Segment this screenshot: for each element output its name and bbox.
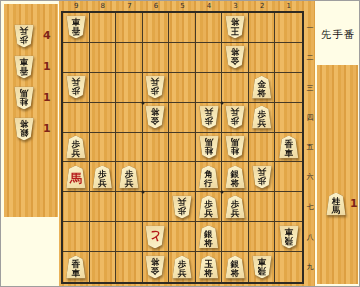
hand-piece-ke-g[interactable]: 桂馬	[13, 86, 35, 110]
hand-piece-gi-g[interactable]: 銀将	[13, 117, 35, 141]
sente-piece-body: 歩兵	[252, 106, 272, 129]
square-7二[interactable]	[116, 43, 143, 73]
piece-gi-s[interactable]: 銀将	[225, 256, 245, 279]
square-8三[interactable]	[90, 73, 117, 103]
square-9四[interactable]	[63, 103, 90, 133]
square-1五[interactable]: 香車	[275, 133, 302, 163]
piece-gi-g[interactable]: 銀将	[14, 118, 34, 141]
piece-fu-s[interactable]: 歩兵	[66, 135, 86, 158]
board-grid: 香車王将金将歩兵歩兵金将金将歩兵歩兵歩兵歩兵桂馬桂馬香車馬歩兵歩兵角行銀将歩兵歩…	[63, 13, 302, 282]
square-6九[interactable]: 金将	[143, 252, 170, 282]
hand-piece-fu-g[interactable]: 歩兵	[13, 24, 35, 48]
piece-to-g[interactable]: と	[145, 225, 165, 248]
file-label-8: 8	[90, 2, 117, 10]
sente-piece-body: 歩兵	[172, 256, 192, 279]
gote-piece-body: 銀将	[14, 118, 34, 141]
square-1七[interactable]	[275, 192, 302, 222]
sente-piece-body: 馬	[66, 165, 86, 188]
square-2二[interactable]	[249, 43, 276, 73]
square-3三[interactable]	[222, 73, 249, 103]
piece-gyoku-s[interactable]: 玉将	[199, 256, 219, 279]
rank-label: 六	[305, 162, 315, 192]
piece-kanji: 香車	[20, 57, 29, 75]
sente-piece-body: 香車	[66, 256, 86, 279]
rank-label: 一	[305, 13, 315, 43]
sente-hand-tray: 桂馬1	[317, 65, 358, 284]
star-point	[221, 191, 224, 194]
star-point	[141, 101, 144, 104]
square-3六[interactable]: 銀将	[222, 162, 249, 192]
piece-ky-s[interactable]: 香車	[279, 135, 299, 158]
gote-piece-body: 桂馬	[225, 135, 245, 158]
piece-kanji: 歩兵	[204, 107, 213, 125]
square-5九[interactable]: 歩兵	[169, 252, 196, 282]
shogi-app-window: 987654321 一二三四五六七八九 香車王将金将歩兵歩兵金将金将歩兵歩兵歩兵…	[0, 0, 360, 287]
hand-count: 4	[43, 30, 51, 42]
square-2七[interactable]	[249, 192, 276, 222]
gote-piece-body: と	[145, 225, 165, 248]
piece-ke-g[interactable]: 桂馬	[225, 135, 245, 158]
piece-fu-s[interactable]: 歩兵	[199, 195, 219, 218]
rank-label: 九	[305, 252, 315, 282]
sente-piece-body: 歩兵	[119, 165, 139, 188]
square-1九[interactable]	[275, 252, 302, 282]
piece-kanji: 金将	[151, 257, 160, 275]
square-3二[interactable]: 金将	[222, 43, 249, 73]
sente-piece-body: 角行	[199, 165, 219, 188]
gote-piece-body: 歩兵	[199, 106, 219, 129]
file-label-6: 6	[143, 2, 170, 10]
piece-ki-g[interactable]: 金将	[145, 256, 165, 279]
square-3九[interactable]: 銀将	[222, 252, 249, 282]
rank-label: 五	[305, 133, 315, 163]
file-label-2: 2	[249, 2, 276, 10]
square-5三[interactable]	[169, 73, 196, 103]
piece-kanji: 歩兵	[204, 199, 213, 217]
hand-count: 1	[43, 123, 51, 135]
sente-piece-body: 銀将	[225, 165, 245, 188]
square-9三[interactable]: 歩兵	[63, 73, 90, 103]
square-2一[interactable]	[249, 13, 276, 43]
rank-label: 二	[305, 43, 315, 73]
gote-piece-body: 歩兵	[66, 76, 86, 99]
gote-piece-body: 金将	[225, 46, 245, 69]
square-5七[interactable]: 歩兵	[169, 192, 196, 222]
rank-labels: 一二三四五六七八九	[305, 13, 315, 282]
piece-ke-g[interactable]: 桂馬	[14, 87, 34, 110]
piece-fu-s[interactable]: 歩兵	[172, 256, 192, 279]
piece-kanji: 歩兵	[257, 110, 266, 128]
file-label-9: 9	[63, 2, 90, 10]
piece-kanji: 金将	[231, 47, 240, 65]
square-8四[interactable]	[90, 103, 117, 133]
file-label-5: 5	[169, 2, 196, 10]
square-7七[interactable]	[116, 192, 143, 222]
piece-fu-s[interactable]: 歩兵	[225, 195, 245, 218]
piece-fu-s[interactable]: 歩兵	[92, 165, 112, 188]
piece-fu-s[interactable]: 歩兵	[119, 165, 139, 188]
square-2四[interactable]: 歩兵	[249, 103, 276, 133]
piece-kanji: 歩兵	[72, 77, 81, 95]
turn-indicator: 先手番	[316, 28, 360, 42]
piece-kanji: 香車	[72, 260, 81, 278]
square-1四[interactable]	[275, 103, 302, 133]
gote-piece-body: 歩兵	[172, 195, 192, 218]
piece-kanji: 銀将	[204, 229, 213, 247]
square-4八[interactable]: 銀将	[196, 222, 223, 252]
gote-piece-body: 金将	[145, 106, 165, 129]
square-3八[interactable]	[222, 222, 249, 252]
square-3四[interactable]: 歩兵	[222, 103, 249, 133]
square-9八[interactable]	[63, 222, 90, 252]
sente-piece-body: 歩兵	[225, 195, 245, 218]
piece-kanji: 玉将	[204, 260, 213, 278]
gote-piece-body: 桂馬	[199, 135, 219, 158]
piece-fu-g[interactable]: 歩兵	[14, 25, 34, 48]
gote-piece-body: 歩兵	[252, 165, 272, 188]
square-2三[interactable]: 金将	[249, 73, 276, 103]
gote-piece-body: 飛車	[252, 256, 272, 279]
piece-kanji: 飛車	[284, 226, 293, 244]
shogi-board: 香車王将金将歩兵歩兵金将金将歩兵歩兵歩兵歩兵桂馬桂馬香車馬歩兵歩兵角行銀将歩兵歩…	[61, 11, 304, 284]
piece-kanji: 桂馬	[332, 197, 341, 215]
piece-fu-g[interactable]: 歩兵	[145, 76, 165, 99]
hand-count: 1	[43, 61, 51, 73]
piece-ky-s[interactable]: 香車	[66, 256, 86, 279]
piece-fu-g[interactable]: 歩兵	[225, 106, 245, 129]
square-8六[interactable]: 歩兵	[90, 162, 117, 192]
square-6四[interactable]: 金将	[143, 103, 170, 133]
hand-count: 1	[43, 92, 51, 104]
sente-piece-body: 銀将	[225, 256, 245, 279]
sente-piece-body: 桂馬	[326, 193, 346, 216]
file-labels: 987654321	[63, 2, 302, 10]
hand-piece-ke-s[interactable]: 桂馬	[325, 192, 347, 216]
square-5一[interactable]	[169, 13, 196, 43]
square-8七[interactable]	[90, 192, 117, 222]
piece-kanji: 王将	[231, 17, 240, 35]
square-4五[interactable]: 桂馬	[196, 133, 223, 163]
sente-piece-body: 銀将	[199, 225, 219, 248]
piece-kanji: 歩兵	[72, 139, 81, 157]
piece-kanji: 銀将	[231, 169, 240, 187]
gote-piece-body: 歩兵	[145, 76, 165, 99]
square-9二[interactable]	[63, 43, 90, 73]
gote-hand-tray: 歩兵4香車1桂馬1銀将1	[4, 4, 58, 217]
square-9五[interactable]: 歩兵	[63, 133, 90, 163]
piece-kanji: 歩兵	[178, 260, 187, 278]
square-7一[interactable]	[116, 13, 143, 43]
piece-kanji: 歩兵	[231, 107, 240, 125]
hand-piece-ky-g[interactable]: 香車	[13, 55, 35, 79]
square-4一[interactable]	[196, 13, 223, 43]
square-7八[interactable]	[116, 222, 143, 252]
piece-kanji: 金将	[151, 107, 160, 125]
file-label-4: 4	[196, 2, 223, 10]
square-6三[interactable]: 歩兵	[143, 73, 170, 103]
piece-kanji: 馬	[70, 168, 82, 187]
square-4九[interactable]: 玉将	[196, 252, 223, 282]
piece-ke-g[interactable]: 桂馬	[199, 135, 219, 158]
square-6五[interactable]	[143, 133, 170, 163]
square-7四[interactable]	[116, 103, 143, 133]
piece-uma-s[interactable]: 馬	[66, 165, 86, 188]
piece-kanji: 桂馬	[20, 88, 29, 106]
square-5二[interactable]	[169, 43, 196, 73]
square-6六[interactable]	[143, 162, 170, 192]
rank-label: 八	[305, 222, 315, 252]
piece-kanji: 飛車	[257, 257, 266, 275]
square-3五[interactable]: 桂馬	[222, 133, 249, 163]
piece-kanji: 歩兵	[151, 77, 160, 95]
piece-fu-g[interactable]: 歩兵	[199, 106, 219, 129]
square-7六[interactable]: 歩兵	[116, 162, 143, 192]
sente-piece-body: 歩兵	[66, 135, 86, 158]
piece-gi-s[interactable]: 銀将	[225, 165, 245, 188]
square-2五[interactable]	[249, 133, 276, 163]
gote-piece-body: 王将	[225, 16, 245, 39]
square-2八[interactable]	[249, 222, 276, 252]
piece-kanji: 歩兵	[98, 169, 107, 187]
piece-kanji: 金将	[257, 80, 266, 98]
square-1一[interactable]	[275, 13, 302, 43]
hand-count: 1	[350, 198, 358, 210]
square-9一[interactable]: 香車	[63, 13, 90, 43]
square-5五[interactable]	[169, 133, 196, 163]
piece-kanji: 歩兵	[20, 26, 29, 44]
piece-ky-g[interactable]: 香車	[66, 16, 86, 39]
square-8九[interactable]	[90, 252, 117, 282]
piece-ou-g[interactable]: 王将	[225, 16, 245, 39]
piece-kanji: 歩兵	[125, 169, 134, 187]
sente-piece-body: 香車	[279, 135, 299, 158]
gote-piece-body: 飛車	[279, 225, 299, 248]
square-1六[interactable]	[275, 162, 302, 192]
piece-ki-g[interactable]: 金将	[225, 46, 245, 69]
piece-kanji: 角行	[204, 169, 213, 187]
square-8五[interactable]	[90, 133, 117, 163]
piece-ki-s[interactable]: 金将	[252, 76, 272, 99]
file-label-7: 7	[116, 2, 143, 10]
square-6一[interactable]	[143, 13, 170, 43]
piece-fu-g[interactable]: 歩兵	[252, 165, 272, 188]
rank-label: 七	[305, 192, 315, 222]
piece-hi-g[interactable]: 飛車	[279, 225, 299, 248]
sente-piece-body: 歩兵	[92, 165, 112, 188]
square-7三[interactable]	[116, 73, 143, 103]
square-7九[interactable]	[116, 252, 143, 282]
file-label-3: 3	[222, 2, 249, 10]
gote-piece-body: 桂馬	[14, 87, 34, 110]
square-4二[interactable]	[196, 43, 223, 73]
square-3一[interactable]: 王将	[222, 13, 249, 43]
square-6二[interactable]	[143, 43, 170, 73]
square-4七[interactable]: 歩兵	[196, 192, 223, 222]
square-5四[interactable]	[169, 103, 196, 133]
piece-gi-s[interactable]: 銀将	[199, 225, 219, 248]
square-3七[interactable]: 歩兵	[222, 192, 249, 222]
square-1二[interactable]	[275, 43, 302, 73]
rank-label: 四	[305, 103, 315, 133]
gote-piece-body: 歩兵	[225, 106, 245, 129]
piece-ke-s[interactable]: 桂馬	[326, 193, 346, 216]
square-1三[interactable]	[275, 73, 302, 103]
square-8二[interactable]	[90, 43, 117, 73]
piece-hi-g[interactable]: 飛車	[252, 256, 272, 279]
sente-piece-body: 金将	[252, 76, 272, 99]
square-5六[interactable]	[169, 162, 196, 192]
sente-piece-body: 玉将	[199, 256, 219, 279]
square-6八[interactable]: と	[143, 222, 170, 252]
square-8一[interactable]	[90, 13, 117, 43]
star-point	[221, 101, 224, 104]
file-label-1: 1	[275, 2, 302, 10]
sente-piece-body: 歩兵	[199, 195, 219, 218]
piece-kanji: 歩兵	[231, 199, 240, 217]
square-9九[interactable]: 香車	[63, 252, 90, 282]
square-6七[interactable]	[143, 192, 170, 222]
piece-ka-s[interactable]: 角行	[199, 165, 219, 188]
piece-ki-g[interactable]: 金将	[145, 106, 165, 129]
square-4四[interactable]: 歩兵	[196, 103, 223, 133]
piece-kanji: 桂馬	[231, 136, 240, 154]
square-7五[interactable]	[116, 133, 143, 163]
piece-kanji: 銀将	[20, 119, 29, 137]
square-2六[interactable]: 歩兵	[249, 162, 276, 192]
piece-kanji: 香車	[72, 17, 81, 35]
piece-kanji: 歩兵	[178, 196, 187, 214]
piece-kanji: 香車	[284, 139, 293, 157]
piece-kanji: 銀将	[231, 260, 240, 278]
gote-piece-body: 香車	[66, 16, 86, 39]
square-9六[interactable]: 馬	[63, 162, 90, 192]
piece-ky-g[interactable]: 香車	[14, 56, 34, 79]
rank-label: 三	[305, 73, 315, 103]
gote-piece-body: 歩兵	[14, 25, 34, 48]
piece-fu-g[interactable]: 歩兵	[66, 76, 86, 99]
square-9七[interactable]	[63, 192, 90, 222]
square-5八[interactable]	[169, 222, 196, 252]
gote-piece-body: 香車	[14, 56, 34, 79]
star-point	[141, 191, 144, 194]
square-2九[interactable]: 飛車	[249, 252, 276, 282]
piece-fu-s[interactable]: 歩兵	[252, 106, 272, 129]
piece-kanji: 歩兵	[257, 166, 266, 184]
square-4三[interactable]	[196, 73, 223, 103]
piece-fu-g[interactable]: 歩兵	[172, 195, 192, 218]
square-4六[interactable]: 角行	[196, 162, 223, 192]
square-8八[interactable]	[90, 222, 117, 252]
gote-piece-body: 金将	[145, 256, 165, 279]
piece-kanji: 桂馬	[204, 136, 213, 154]
square-1八[interactable]: 飛車	[275, 222, 302, 252]
piece-kanji: と	[149, 226, 161, 245]
